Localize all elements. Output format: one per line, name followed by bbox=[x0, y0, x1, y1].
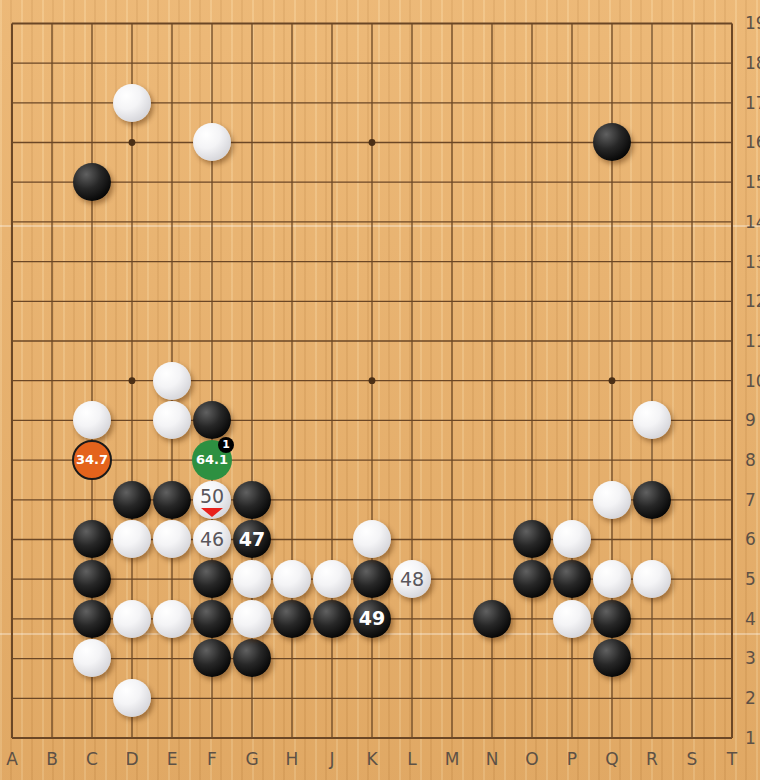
winrate-label: 34.7 bbox=[76, 453, 108, 466]
stone-black-Q4 bbox=[593, 600, 631, 638]
stone-black-O5 bbox=[513, 560, 551, 598]
move-number-46: 46 bbox=[200, 530, 224, 549]
stone-white-C9 bbox=[73, 401, 111, 439]
move-number-50: 50 bbox=[200, 487, 224, 506]
stone-black-E7 bbox=[153, 481, 191, 519]
move-number-48: 48 bbox=[400, 570, 424, 589]
stone-black-F4 bbox=[193, 600, 231, 638]
stone-black-P5 bbox=[553, 560, 591, 598]
stone-black-O6 bbox=[513, 520, 551, 558]
stone-white-P4 bbox=[553, 600, 591, 638]
analysis-suggestion-C8[interactable]: 34.7 bbox=[72, 440, 112, 480]
stone-black-R7 bbox=[633, 481, 671, 519]
stone-white-F16 bbox=[193, 123, 231, 161]
stone-white-E9 bbox=[153, 401, 191, 439]
stone-black-C5 bbox=[73, 560, 111, 598]
stone-white-C3 bbox=[73, 639, 111, 677]
stone-black-C6 bbox=[73, 520, 111, 558]
stone-white-G4 bbox=[233, 600, 271, 638]
stone-black-J4 bbox=[313, 600, 351, 638]
go-board-screenshot: 474950464864.1134.7 ABCDEFGHJKLMNOPQRST … bbox=[0, 0, 760, 780]
stone-white-R5 bbox=[633, 560, 671, 598]
stone-white-E10 bbox=[153, 362, 191, 400]
stone-white-P6 bbox=[553, 520, 591, 558]
stone-black-K5 bbox=[353, 560, 391, 598]
stone-white-Q7 bbox=[593, 481, 631, 519]
stone-white-J5 bbox=[313, 560, 351, 598]
stone-black-C15 bbox=[73, 163, 111, 201]
stone-black-H4 bbox=[273, 600, 311, 638]
stone-white-D17 bbox=[113, 84, 151, 122]
go-board[interactable]: 474950464864.1134.7 bbox=[0, 4, 752, 758]
stone-black-K4: 49 bbox=[353, 600, 391, 638]
stone-white-F7: 50 bbox=[193, 481, 231, 519]
stone-white-D2 bbox=[113, 679, 151, 717]
winrate-label: 64.1 bbox=[196, 453, 228, 466]
move-number-49: 49 bbox=[359, 609, 385, 628]
stone-black-F3 bbox=[193, 639, 231, 677]
stone-white-F6: 46 bbox=[193, 520, 231, 558]
stone-black-Q3 bbox=[593, 639, 631, 677]
stone-black-N4 bbox=[473, 600, 511, 638]
stone-white-E6 bbox=[153, 520, 191, 558]
stone-white-D4 bbox=[113, 600, 151, 638]
stone-black-D7 bbox=[113, 481, 151, 519]
stone-black-G6: 47 bbox=[233, 520, 271, 558]
stone-black-Q16 bbox=[593, 123, 631, 161]
stone-black-F5 bbox=[193, 560, 231, 598]
stone-white-G5 bbox=[233, 560, 271, 598]
stone-black-C4 bbox=[73, 600, 111, 638]
stone-black-G7 bbox=[233, 481, 271, 519]
analysis-suggestion-F8[interactable]: 64.11 bbox=[192, 440, 232, 480]
move-rank-badge: 1 bbox=[218, 437, 234, 453]
stone-white-L5: 48 bbox=[393, 560, 431, 598]
move-number-47: 47 bbox=[239, 530, 265, 549]
last-move-triangle-marker bbox=[201, 508, 223, 517]
stone-white-H5 bbox=[273, 560, 311, 598]
stone-white-D6 bbox=[113, 520, 151, 558]
stone-black-G3 bbox=[233, 639, 271, 677]
stone-white-R9 bbox=[633, 401, 671, 439]
stone-black-F9 bbox=[193, 401, 231, 439]
stone-white-K6 bbox=[353, 520, 391, 558]
stone-white-E4 bbox=[153, 600, 191, 638]
stone-white-Q5 bbox=[593, 560, 631, 598]
